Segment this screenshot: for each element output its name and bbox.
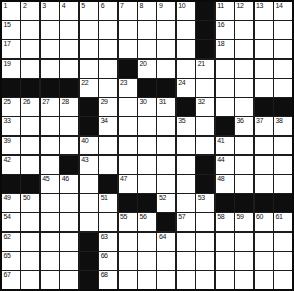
cell-r11c3[interactable]	[41, 194, 59, 212]
cell-r14c2[interactable]	[21, 252, 39, 270]
cell-r8c14[interactable]	[255, 137, 273, 155]
cell-r10c9[interactable]	[157, 175, 175, 193]
cell-r12c12[interactable]: 58	[216, 213, 234, 231]
clue-number: 58	[217, 213, 224, 221]
cell-r9c14[interactable]	[255, 156, 273, 174]
cell-r9c15[interactable]	[274, 156, 292, 174]
black-cell-r11c14	[255, 194, 273, 212]
black-cell-r6c14	[255, 98, 273, 116]
cell-r3c2[interactable]	[21, 40, 39, 58]
clue-number: 62	[4, 233, 11, 241]
cell-r13c4[interactable]	[60, 233, 78, 251]
cell-r12c10[interactable]: 57	[177, 213, 195, 231]
clue-number: 53	[198, 194, 205, 202]
cell-r1c10[interactable]: 10	[177, 2, 195, 20]
black-cell-r6c15	[274, 98, 292, 116]
cell-r14c6[interactable]: 66	[99, 252, 117, 270]
cell-r13c15[interactable]	[274, 233, 292, 251]
cell-r12c3[interactable]	[41, 213, 59, 231]
cell-r3c13[interactable]	[235, 40, 253, 58]
cell-r14c9[interactable]	[157, 252, 175, 270]
cell-r7c2[interactable]	[21, 117, 39, 135]
clue-number: 4	[62, 2, 66, 10]
cell-r14c12[interactable]	[216, 252, 234, 270]
cell-r7c11[interactable]	[196, 117, 214, 135]
cell-r12c13[interactable]: 59	[235, 213, 253, 231]
cell-r5c7[interactable]: 23	[119, 79, 137, 97]
clue-number: 35	[178, 117, 185, 125]
black-cell-r2c11	[196, 21, 214, 39]
cell-r11c2[interactable]: 50	[21, 194, 39, 212]
cell-r5c15[interactable]	[274, 79, 292, 97]
cell-r4c6[interactable]	[99, 60, 117, 78]
cell-r7c9[interactable]	[157, 117, 175, 135]
cell-r4c14[interactable]	[255, 60, 273, 78]
cell-r3c5[interactable]	[80, 40, 98, 58]
cell-r8c13[interactable]	[235, 137, 253, 155]
black-cell-r5c1	[2, 79, 20, 97]
cell-r9c1[interactable]: 42	[2, 156, 20, 174]
clue-number: 25	[4, 98, 11, 106]
cell-r12c2[interactable]	[21, 213, 39, 231]
crossword-board: 1234567891011121314151617181920212223242…	[0, 0, 294, 291]
cell-r15c14[interactable]	[255, 271, 273, 289]
cell-r7c14[interactable]: 37	[255, 117, 273, 135]
cell-r13c13[interactable]	[235, 233, 253, 251]
clue-number: 21	[198, 60, 205, 68]
cell-r1c9[interactable]: 9	[157, 2, 175, 20]
cell-r2c6[interactable]	[99, 21, 117, 39]
clue-number: 31	[159, 98, 166, 106]
clue-number: 56	[139, 213, 146, 221]
cell-r6c3[interactable]: 27	[41, 98, 59, 116]
clue-number: 20	[139, 60, 146, 68]
black-cell-r5c2	[21, 79, 39, 97]
cell-r10c8[interactable]	[138, 175, 156, 193]
cell-r10c10[interactable]	[177, 175, 195, 193]
cell-r6c8[interactable]: 30	[138, 98, 156, 116]
cell-r2c10[interactable]	[177, 21, 195, 39]
cell-r7c13[interactable]: 36	[235, 117, 253, 135]
black-cell-r11c8	[138, 194, 156, 212]
clue-number: 34	[101, 117, 108, 125]
cell-r8c8[interactable]	[138, 137, 156, 155]
cell-r12c15[interactable]: 61	[274, 213, 292, 231]
clue-number: 52	[159, 194, 166, 202]
clue-number: 49	[4, 194, 11, 202]
cell-r14c8[interactable]	[138, 252, 156, 270]
clue-number: 57	[178, 213, 185, 221]
clue-number: 65	[4, 252, 11, 260]
cell-r15c2[interactable]	[21, 271, 39, 289]
cell-r9c13[interactable]	[235, 156, 253, 174]
cell-r6c7[interactable]	[119, 98, 137, 116]
clue-number: 32	[198, 98, 205, 106]
cell-r5c13[interactable]	[235, 79, 253, 97]
cell-r15c11[interactable]	[196, 271, 214, 289]
clue-number: 66	[101, 252, 108, 260]
clue-number: 27	[42, 98, 49, 106]
cell-r7c4[interactable]	[60, 117, 78, 135]
cell-r10c12[interactable]: 48	[216, 175, 234, 193]
cell-r14c14[interactable]	[255, 252, 273, 270]
cell-r4c2[interactable]	[21, 60, 39, 78]
cell-r3c1[interactable]: 17	[2, 40, 20, 58]
cell-r6c2[interactable]: 26	[21, 98, 39, 116]
cell-r15c3[interactable]	[41, 271, 59, 289]
black-cell-r5c8	[138, 79, 156, 97]
clue-number: 54	[4, 213, 11, 221]
clue-number: 10	[178, 2, 185, 10]
clue-number: 47	[120, 175, 127, 183]
clue-number: 5	[81, 2, 85, 10]
black-cell-r5c3	[41, 79, 59, 97]
clue-number: 17	[4, 40, 11, 48]
cell-r10c5[interactable]	[80, 175, 98, 193]
cell-r9c6[interactable]	[99, 156, 117, 174]
clue-number: 41	[217, 137, 224, 145]
cell-r4c5[interactable]	[80, 60, 98, 78]
cell-r3c3[interactable]	[41, 40, 59, 58]
cell-r11c4[interactable]	[60, 194, 78, 212]
black-cell-r11c15	[274, 194, 292, 212]
clue-number: 3	[42, 2, 46, 10]
cell-r13c14[interactable]	[255, 233, 273, 251]
cell-r14c11[interactable]	[196, 252, 214, 270]
cell-r1c3[interactable]: 3	[41, 2, 59, 20]
black-cell-r10c2	[21, 175, 39, 193]
clue-number: 6	[101, 2, 105, 10]
clue-number: 43	[81, 156, 88, 164]
cell-r7c15[interactable]: 38	[274, 117, 292, 135]
cell-r13c9[interactable]: 64	[157, 233, 175, 251]
cell-r6c1[interactable]: 25	[2, 98, 20, 116]
black-cell-r6c10	[177, 98, 195, 116]
clue-number: 55	[120, 213, 127, 221]
cell-r6c13[interactable]	[235, 98, 253, 116]
cell-r15c4[interactable]	[60, 271, 78, 289]
clue-number: 39	[4, 137, 11, 145]
cell-r2c3[interactable]	[41, 21, 59, 39]
black-cell-r12c9	[157, 213, 175, 231]
cell-r9c10[interactable]	[177, 156, 195, 174]
black-cell-r9c11	[196, 156, 214, 174]
cell-r4c9[interactable]	[157, 60, 175, 78]
clue-number: 26	[23, 98, 30, 106]
cell-r1c8[interactable]: 8	[138, 2, 156, 20]
clue-number: 67	[4, 271, 11, 279]
clue-number: 24	[178, 79, 185, 87]
cell-r5c11[interactable]	[196, 79, 214, 97]
clue-number: 30	[139, 98, 146, 106]
cell-r11c1[interactable]: 49	[2, 194, 20, 212]
clue-number: 46	[62, 175, 69, 183]
crossword-grid: 1234567891011121314151617181920212223242…	[0, 0, 294, 291]
cell-r5c14[interactable]	[255, 79, 273, 97]
clue-number: 19	[4, 60, 11, 68]
clue-number: 22	[81, 79, 88, 87]
cell-r8c10[interactable]	[177, 137, 195, 155]
cell-r14c10[interactable]	[177, 252, 195, 270]
cell-r11c5[interactable]	[80, 194, 98, 212]
cell-r2c13[interactable]	[235, 21, 253, 39]
cell-r8c5[interactable]: 40	[80, 137, 98, 155]
cell-r14c1[interactable]: 65	[2, 252, 20, 270]
cell-r1c6[interactable]: 6	[99, 2, 117, 20]
cell-r10c7[interactable]: 47	[119, 175, 137, 193]
cell-r13c8[interactable]	[138, 233, 156, 251]
cell-r7c7[interactable]	[119, 117, 137, 135]
black-cell-r7c5	[80, 117, 98, 135]
cell-r4c13[interactable]	[235, 60, 253, 78]
cell-r10c13[interactable]	[235, 175, 253, 193]
cell-r7c3[interactable]	[41, 117, 59, 135]
cell-r12c4[interactable]	[60, 213, 78, 231]
clue-number: 13	[256, 2, 263, 10]
cell-r2c5[interactable]	[80, 21, 98, 39]
cell-r1c12[interactable]: 11	[216, 2, 234, 20]
clue-number: 51	[101, 194, 108, 202]
cell-r4c15[interactable]	[274, 60, 292, 78]
cell-r15c15[interactable]	[274, 271, 292, 289]
cell-r15c13[interactable]	[235, 271, 253, 289]
cell-r5c5[interactable]: 22	[80, 79, 98, 97]
cell-r6c6[interactable]: 29	[99, 98, 117, 116]
cell-r3c12[interactable]: 18	[216, 40, 234, 58]
cell-r6c12[interactable]	[216, 98, 234, 116]
cell-r9c7[interactable]	[119, 156, 137, 174]
cell-r4c10[interactable]	[177, 60, 195, 78]
cell-r6c9[interactable]: 31	[157, 98, 175, 116]
clue-number: 29	[101, 98, 108, 106]
clue-number: 9	[159, 2, 163, 10]
cell-r2c2[interactable]	[21, 21, 39, 39]
cell-r7c10[interactable]: 35	[177, 117, 195, 135]
cell-r5c10[interactable]: 24	[177, 79, 195, 97]
cell-r11c10[interactable]	[177, 194, 195, 212]
cell-r13c3[interactable]	[41, 233, 59, 251]
cell-r1c4[interactable]: 4	[60, 2, 78, 20]
cell-r10c3[interactable]: 45	[41, 175, 59, 193]
cell-r1c1[interactable]: 1	[2, 2, 20, 20]
cell-r12c8[interactable]: 56	[138, 213, 156, 231]
cell-r7c6[interactable]: 34	[99, 117, 117, 135]
cell-r8c6[interactable]	[99, 137, 117, 155]
cell-r8c9[interactable]	[157, 137, 175, 155]
cell-r15c9[interactable]	[157, 271, 175, 289]
cell-r2c9[interactable]	[157, 21, 175, 39]
black-cell-r13c5	[80, 233, 98, 251]
cell-r2c1[interactable]: 15	[2, 21, 20, 39]
cell-r11c9[interactable]: 52	[157, 194, 175, 212]
cell-r3c14[interactable]	[255, 40, 273, 58]
cell-r2c15[interactable]	[274, 21, 292, 39]
cell-r8c7[interactable]	[119, 137, 137, 155]
black-cell-r11c12	[216, 194, 234, 212]
cell-r9c9[interactable]	[157, 156, 175, 174]
clue-number: 42	[4, 156, 11, 164]
clue-number: 1	[4, 2, 8, 10]
black-cell-r15c5	[80, 271, 98, 289]
cell-r9c12[interactable]: 44	[216, 156, 234, 174]
cell-r15c6[interactable]: 68	[99, 271, 117, 289]
clue-number: 8	[139, 2, 143, 10]
clue-number: 14	[275, 2, 282, 10]
black-cell-r11c13	[235, 194, 253, 212]
clue-number: 16	[217, 21, 224, 29]
cell-r3c15[interactable]	[274, 40, 292, 58]
cell-r8c11[interactable]	[196, 137, 214, 155]
clue-number: 60	[256, 213, 263, 221]
clue-number: 15	[4, 21, 11, 29]
cell-r12c1[interactable]: 54	[2, 213, 20, 231]
cell-r14c3[interactable]	[41, 252, 59, 270]
cell-r1c15[interactable]: 14	[274, 2, 292, 20]
cell-r4c1[interactable]: 19	[2, 60, 20, 78]
cell-r13c12[interactable]	[216, 233, 234, 251]
cell-r13c1[interactable]: 62	[2, 233, 20, 251]
cell-r5c12[interactable]	[216, 79, 234, 97]
clue-number: 2	[23, 2, 27, 10]
cell-r12c7[interactable]: 55	[119, 213, 137, 231]
cell-r3c10[interactable]	[177, 40, 195, 58]
cell-r7c8[interactable]	[138, 117, 156, 135]
black-cell-r6c5	[80, 98, 98, 116]
cell-r1c14[interactable]: 13	[255, 2, 273, 20]
cell-r2c8[interactable]	[138, 21, 156, 39]
cell-r5c6[interactable]	[99, 79, 117, 97]
clue-number: 18	[217, 40, 224, 48]
cell-r12c14[interactable]: 60	[255, 213, 273, 231]
clue-number: 40	[81, 137, 88, 145]
cell-r15c12[interactable]	[216, 271, 234, 289]
cell-r8c3[interactable]	[41, 137, 59, 155]
black-cell-r4c7	[119, 60, 137, 78]
cell-r13c11[interactable]	[196, 233, 214, 251]
black-cell-r1c11	[196, 2, 214, 20]
cell-r8c4[interactable]	[60, 137, 78, 155]
cell-r13c6[interactable]: 63	[99, 233, 117, 251]
cell-r6c11[interactable]: 32	[196, 98, 214, 116]
clue-number: 38	[275, 117, 282, 125]
clue-number: 61	[275, 213, 282, 221]
cell-r14c13[interactable]	[235, 252, 253, 270]
cell-r1c2[interactable]: 2	[21, 2, 39, 20]
clue-number: 36	[237, 117, 244, 125]
black-cell-r7c12	[216, 117, 234, 135]
clue-number: 37	[256, 117, 263, 125]
cell-r15c10[interactable]	[177, 271, 195, 289]
cell-r10c14[interactable]	[255, 175, 273, 193]
cell-r9c8[interactable]	[138, 156, 156, 174]
black-cell-r11c7	[119, 194, 137, 212]
black-cell-r10c11	[196, 175, 214, 193]
cell-r1c7[interactable]: 7	[119, 2, 137, 20]
cell-r4c4[interactable]	[60, 60, 78, 78]
cell-r8c15[interactable]	[274, 137, 292, 155]
cell-r10c15[interactable]	[274, 175, 292, 193]
cell-r2c14[interactable]	[255, 21, 273, 39]
cell-r1c13[interactable]: 12	[235, 2, 253, 20]
black-cell-r5c4	[60, 79, 78, 97]
cell-r3c7[interactable]	[119, 40, 137, 58]
cell-r14c7[interactable]	[119, 252, 137, 270]
cell-r11c11[interactable]: 53	[196, 194, 214, 212]
cell-r4c3[interactable]	[41, 60, 59, 78]
cell-r4c8[interactable]: 20	[138, 60, 156, 78]
clue-number: 50	[23, 194, 30, 202]
clue-number: 44	[217, 156, 224, 164]
cell-r13c7[interactable]	[119, 233, 137, 251]
cell-r9c5[interactable]: 43	[80, 156, 98, 174]
cell-r14c15[interactable]	[274, 252, 292, 270]
cell-r7c1[interactable]: 33	[2, 117, 20, 135]
cell-r10c4[interactable]: 46	[60, 175, 78, 193]
clue-number: 33	[4, 117, 11, 125]
cell-r4c12[interactable]	[216, 60, 234, 78]
clue-number: 11	[217, 2, 223, 10]
cell-r1c5[interactable]: 5	[80, 2, 98, 20]
cell-r3c4[interactable]	[60, 40, 78, 58]
black-cell-r9c4	[60, 156, 78, 174]
cell-r9c2[interactable]	[21, 156, 39, 174]
cell-r3c8[interactable]	[138, 40, 156, 58]
black-cell-r5c9	[157, 79, 175, 97]
cell-r8c12[interactable]: 41	[216, 137, 234, 155]
cell-r8c1[interactable]: 39	[2, 137, 20, 155]
clue-number: 7	[120, 2, 124, 10]
black-cell-r10c1	[2, 175, 20, 193]
cell-r14c4[interactable]	[60, 252, 78, 270]
black-cell-r14c5	[80, 252, 98, 270]
cell-r15c7[interactable]	[119, 271, 137, 289]
cell-r12c6[interactable]	[99, 213, 117, 231]
cell-r13c2[interactable]	[21, 233, 39, 251]
cell-r12c11[interactable]	[196, 213, 214, 231]
cell-r13c10[interactable]	[177, 233, 195, 251]
clue-number: 28	[62, 98, 69, 106]
cell-r2c7[interactable]	[119, 21, 137, 39]
clue-number: 45	[42, 175, 49, 183]
cell-r9c3[interactable]	[41, 156, 59, 174]
clue-number: 64	[159, 233, 166, 241]
clue-number: 48	[217, 175, 224, 183]
clue-number: 23	[120, 79, 127, 87]
cell-r15c8[interactable]	[138, 271, 156, 289]
cell-r2c12[interactable]: 16	[216, 21, 234, 39]
cell-r3c6[interactable]	[99, 40, 117, 58]
cell-r6c4[interactable]: 28	[60, 98, 78, 116]
clue-number: 59	[237, 213, 244, 221]
cell-r3c9[interactable]	[157, 40, 175, 58]
cell-r12c5[interactable]	[80, 213, 98, 231]
cell-r15c1[interactable]: 67	[2, 271, 20, 289]
cell-r2c4[interactable]	[60, 21, 78, 39]
clue-number: 12	[237, 2, 244, 10]
clue-number: 63	[101, 233, 108, 241]
cell-r11c6[interactable]: 51	[99, 194, 117, 212]
cell-r4c11[interactable]: 21	[196, 60, 214, 78]
black-cell-r10c6	[99, 175, 117, 193]
clue-number: 68	[101, 271, 108, 279]
cell-r8c2[interactable]	[21, 137, 39, 155]
black-cell-r3c11	[196, 40, 214, 58]
